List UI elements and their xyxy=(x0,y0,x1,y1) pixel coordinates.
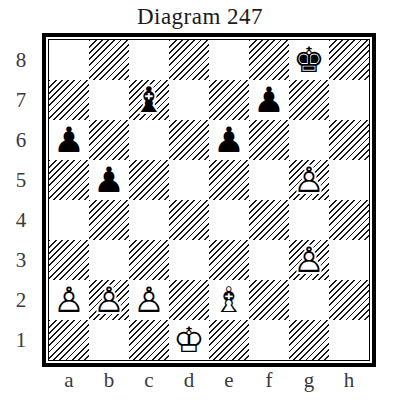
page: Diagram 247 87654321 ♚♚♝♝♟♟♟♟♟♟♟♟♟♙♟♙♟♙♟… xyxy=(0,0,400,400)
square-a6: ♟♟ xyxy=(49,120,89,160)
diagram-title: Diagram 247 xyxy=(0,0,400,33)
square-c2: ♟♙ xyxy=(129,280,169,320)
piece-white-pawn: ♙ xyxy=(89,280,129,320)
square-e8 xyxy=(209,40,249,80)
piece-black-bishop: ♝ xyxy=(129,80,169,120)
file-label-b: b xyxy=(89,367,129,393)
file-label-c: c xyxy=(129,367,169,393)
square-b4 xyxy=(89,200,129,240)
rank-label-3: 3 xyxy=(16,240,27,280)
rank-label-6: 6 xyxy=(16,120,27,160)
square-g6 xyxy=(289,120,329,160)
square-a8 xyxy=(49,40,89,80)
square-f3 xyxy=(249,240,289,280)
square-g1 xyxy=(289,320,329,360)
square-g8: ♚♚ xyxy=(289,40,329,80)
square-a3 xyxy=(49,240,89,280)
square-f6 xyxy=(249,120,289,160)
file-label-e: e xyxy=(209,367,249,393)
file-label-h: h xyxy=(329,367,369,393)
file-labels: abcdefgh xyxy=(49,367,400,393)
file-label-d: d xyxy=(169,367,209,393)
black-pawn-halo: ♟ xyxy=(49,120,89,160)
square-f1 xyxy=(249,320,289,360)
square-g4 xyxy=(289,200,329,240)
black-king-halo: ♚ xyxy=(289,40,329,80)
black-pawn-halo: ♟ xyxy=(249,80,289,120)
square-g7 xyxy=(289,80,329,120)
square-d6 xyxy=(169,120,209,160)
rank-label-5: 5 xyxy=(16,160,27,200)
piece-white-pawn: ♙ xyxy=(289,160,329,200)
piece-black-pawn: ♟ xyxy=(209,120,249,160)
piece-black-pawn: ♟ xyxy=(89,160,129,200)
square-e1 xyxy=(209,320,249,360)
square-c1 xyxy=(129,320,169,360)
white-king-halo: ♚ xyxy=(169,320,209,360)
rank-label-1: 1 xyxy=(16,320,27,360)
piece-white-pawn: ♙ xyxy=(49,280,89,320)
file-label-g: g xyxy=(289,367,329,393)
white-bishop-halo: ♝ xyxy=(209,280,249,320)
white-pawn-halo: ♟ xyxy=(129,280,169,320)
square-f7: ♟♟ xyxy=(249,80,289,120)
square-f2 xyxy=(249,280,289,320)
square-h7 xyxy=(329,80,369,120)
square-e5 xyxy=(209,160,249,200)
square-c4 xyxy=(129,200,169,240)
white-pawn-halo: ♟ xyxy=(289,240,329,280)
square-e2: ♝♗ xyxy=(209,280,249,320)
square-h6 xyxy=(329,120,369,160)
square-h5 xyxy=(329,160,369,200)
square-f8 xyxy=(249,40,289,80)
square-g2 xyxy=(289,280,329,320)
black-pawn-halo: ♟ xyxy=(89,160,129,200)
piece-white-bishop: ♗ xyxy=(209,280,249,320)
piece-black-king: ♚ xyxy=(289,40,329,80)
square-c7: ♝♝ xyxy=(129,80,169,120)
square-a7 xyxy=(49,80,89,120)
square-h2 xyxy=(329,280,369,320)
square-a5 xyxy=(49,160,89,200)
black-pawn-halo: ♟ xyxy=(209,120,249,160)
white-pawn-halo: ♟ xyxy=(289,160,329,200)
piece-white-pawn: ♙ xyxy=(289,240,329,280)
board-frame: ♚♚♝♝♟♟♟♟♟♟♟♟♟♙♟♙♟♙♟♙♟♙♝♗♚♔ xyxy=(42,33,376,367)
square-e3 xyxy=(209,240,249,280)
rank-labels: 87654321 xyxy=(0,33,42,360)
board: ♚♚♝♝♟♟♟♟♟♟♟♟♟♙♟♙♟♙♟♙♟♙♝♗♚♔ xyxy=(48,39,370,361)
square-e4 xyxy=(209,200,249,240)
square-d5 xyxy=(169,160,209,200)
file-label-a: a xyxy=(49,367,89,393)
square-b8 xyxy=(89,40,129,80)
square-c5 xyxy=(129,160,169,200)
square-c8 xyxy=(129,40,169,80)
square-h3 xyxy=(329,240,369,280)
white-pawn-halo: ♟ xyxy=(49,280,89,320)
piece-white-king: ♔ xyxy=(169,320,209,360)
square-h4 xyxy=(329,200,369,240)
piece-black-pawn: ♟ xyxy=(49,120,89,160)
square-f5 xyxy=(249,160,289,200)
square-d2 xyxy=(169,280,209,320)
rank-label-8: 8 xyxy=(16,40,27,80)
square-c6 xyxy=(129,120,169,160)
square-g5: ♟♙ xyxy=(289,160,329,200)
rank-label-2: 2 xyxy=(16,280,27,320)
square-b3 xyxy=(89,240,129,280)
square-b1 xyxy=(89,320,129,360)
square-h8 xyxy=(329,40,369,80)
square-h1 xyxy=(329,320,369,360)
square-d7 xyxy=(169,80,209,120)
square-d3 xyxy=(169,240,209,280)
square-b2: ♟♙ xyxy=(89,280,129,320)
piece-white-pawn: ♙ xyxy=(129,280,169,320)
file-label-f: f xyxy=(249,367,289,393)
square-a4 xyxy=(49,200,89,240)
square-d8 xyxy=(169,40,209,80)
square-b6 xyxy=(89,120,129,160)
black-bishop-halo: ♝ xyxy=(129,80,169,120)
square-g3: ♟♙ xyxy=(289,240,329,280)
square-e7 xyxy=(209,80,249,120)
square-e6: ♟♟ xyxy=(209,120,249,160)
rank-label-7: 7 xyxy=(16,80,27,120)
square-f4 xyxy=(249,200,289,240)
square-c3 xyxy=(129,240,169,280)
square-b5: ♟♟ xyxy=(89,160,129,200)
square-b7 xyxy=(89,80,129,120)
square-a1 xyxy=(49,320,89,360)
square-d1: ♚♔ xyxy=(169,320,209,360)
board-area: 87654321 ♚♚♝♝♟♟♟♟♟♟♟♟♟♙♟♙♟♙♟♙♟♙♝♗♚♔ xyxy=(0,33,400,367)
rank-label-4: 4 xyxy=(16,200,27,240)
piece-black-pawn: ♟ xyxy=(249,80,289,120)
white-pawn-halo: ♟ xyxy=(89,280,129,320)
square-a2: ♟♙ xyxy=(49,280,89,320)
square-d4 xyxy=(169,200,209,240)
